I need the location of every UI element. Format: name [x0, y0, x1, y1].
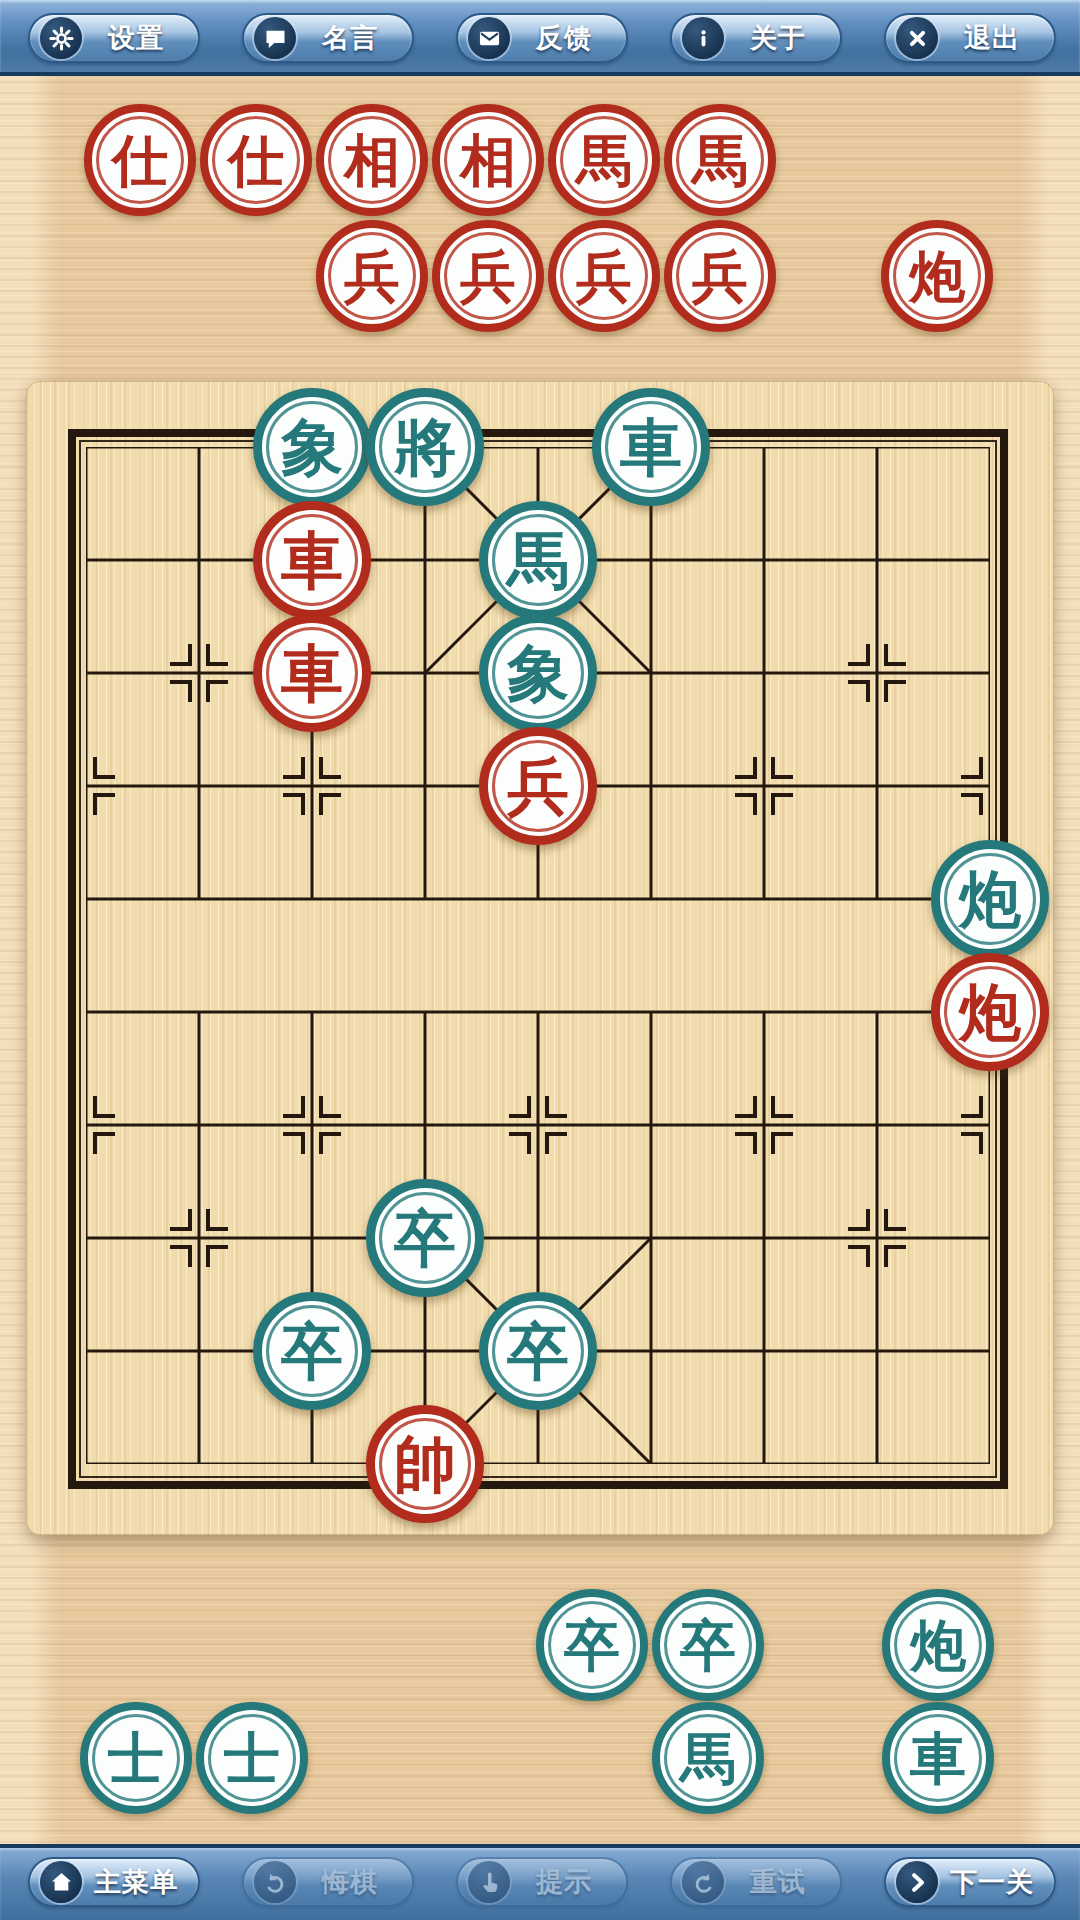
- piece-black-soldier-captured: 卒: [652, 1589, 764, 1701]
- piece-red-cannon[interactable]: 炮: [931, 953, 1049, 1071]
- undo-icon: [262, 1869, 289, 1896]
- feedback-button[interactable]: 反馈: [456, 13, 628, 63]
- piece-black-soldier[interactable]: 卒: [479, 1292, 597, 1410]
- piece-red-chariot[interactable]: 車: [253, 501, 371, 619]
- next-icon-circle: [896, 1861, 938, 1903]
- piece-glyph: 卒: [394, 1206, 456, 1270]
- next-level-button[interactable]: 下一关: [884, 1857, 1056, 1907]
- piece-glyph: 炮: [959, 867, 1021, 931]
- xiangqi-app-screen: 设置名言反馈关于退出 仕仕相相馬馬兵兵兵兵炮 象將車車馬車象兵炮炮卒卒卒帥 卒卒…: [0, 0, 1080, 1920]
- info-icon-circle: [682, 17, 724, 59]
- info-icon: [690, 25, 717, 52]
- piece-glyph: 兵: [507, 754, 569, 818]
- piece-glyph: 馬: [507, 528, 569, 592]
- piece-red-general[interactable]: 帥: [366, 1405, 484, 1523]
- feedback-label: 反馈: [510, 20, 626, 56]
- piece-black-soldier-captured: 卒: [536, 1589, 648, 1701]
- speech-bubble-icon-circle: [254, 17, 296, 59]
- piece-glyph: 卒: [680, 1616, 736, 1674]
- piece-glyph: 馬: [692, 131, 748, 189]
- home-icon-circle: [40, 1861, 82, 1903]
- retry-button: 重试: [670, 1857, 842, 1907]
- top-toolbar: 设置名言反馈关于退出: [0, 0, 1080, 76]
- quotes-label: 名言: [296, 20, 412, 56]
- piece-glyph: 帥: [394, 1432, 456, 1496]
- exit-label: 退出: [938, 20, 1054, 56]
- piece-black-elephant[interactable]: 象: [479, 614, 597, 732]
- piece-red-soldier-captured: 兵: [664, 220, 776, 332]
- piece-red-soldier[interactable]: 兵: [479, 727, 597, 845]
- piece-red-cannon-captured: 炮: [881, 220, 993, 332]
- envelope-icon: [476, 25, 503, 52]
- hint-icon-circle: [468, 1861, 510, 1903]
- settings-label: 设置: [82, 20, 198, 56]
- piece-glyph: 士: [108, 1729, 164, 1787]
- piece-glyph: 炮: [959, 980, 1021, 1044]
- undo-move-label: 悔棋: [296, 1864, 412, 1900]
- piece-glyph: 象: [281, 415, 343, 479]
- piece-glyph: 炮: [910, 1616, 966, 1674]
- piece-glyph: 象: [507, 641, 569, 705]
- retry-label: 重试: [724, 1864, 840, 1900]
- main-menu-button[interactable]: 主菜单: [28, 1857, 200, 1907]
- piece-black-horse[interactable]: 馬: [479, 501, 597, 619]
- piece-black-advisor-captured: 士: [80, 1702, 192, 1814]
- piece-glyph: 卒: [281, 1319, 343, 1383]
- piece-black-soldier[interactable]: 卒: [253, 1292, 371, 1410]
- close-icon: [904, 25, 931, 52]
- gear-icon-circle: [40, 17, 82, 59]
- piece-glyph: 卒: [564, 1616, 620, 1674]
- piece-glyph: 車: [910, 1729, 966, 1787]
- piece-red-soldier-captured: 兵: [548, 220, 660, 332]
- piece-black-cannon-captured: 炮: [882, 1589, 994, 1701]
- piece-glyph: 馬: [680, 1729, 736, 1787]
- piece-black-advisor-captured: 士: [196, 1702, 308, 1814]
- piece-glyph: 兵: [460, 247, 516, 305]
- piece-red-soldier-captured: 兵: [316, 220, 428, 332]
- envelope-icon-circle: [468, 17, 510, 59]
- bottom-toolbar: 主菜单悔棋提示重试下一关: [0, 1844, 1080, 1920]
- piece-glyph: 兵: [344, 247, 400, 305]
- exit-button[interactable]: 退出: [884, 13, 1056, 63]
- piece-glyph: 卒: [507, 1319, 569, 1383]
- piece-glyph: 兵: [692, 247, 748, 305]
- speech-bubble-icon: [262, 25, 289, 52]
- main-menu-label: 主菜单: [82, 1864, 198, 1900]
- piece-black-elephant[interactable]: 象: [253, 388, 371, 506]
- home-icon: [48, 1869, 75, 1896]
- piece-glyph: 相: [460, 131, 516, 189]
- piece-black-chariot[interactable]: 車: [592, 388, 710, 506]
- piece-glyph: 車: [620, 415, 682, 479]
- piece-glyph: 士: [224, 1729, 280, 1787]
- piece-glyph: 相: [344, 131, 400, 189]
- piece-red-horse-captured: 馬: [548, 104, 660, 216]
- piece-black-soldier[interactable]: 卒: [366, 1179, 484, 1297]
- piece-glyph: 車: [281, 641, 343, 705]
- retry-icon: [690, 1869, 717, 1896]
- quotes-button[interactable]: 名言: [242, 13, 414, 63]
- undo-move-button: 悔棋: [242, 1857, 414, 1907]
- piece-red-advisor-captured: 仕: [200, 104, 312, 216]
- next-icon: [904, 1869, 931, 1896]
- piece-black-horse-captured: 馬: [652, 1702, 764, 1814]
- piece-red-advisor-captured: 仕: [84, 104, 196, 216]
- piece-red-chariot[interactable]: 車: [253, 614, 371, 732]
- gear-icon: [48, 25, 75, 52]
- close-icon-circle: [896, 17, 938, 59]
- hint-button: 提示: [456, 1857, 628, 1907]
- about-button[interactable]: 关于: [670, 13, 842, 63]
- settings-button[interactable]: 设置: [28, 13, 200, 63]
- piece-black-general[interactable]: 將: [366, 388, 484, 506]
- undo-icon-circle: [254, 1861, 296, 1903]
- piece-black-cannon[interactable]: 炮: [931, 840, 1049, 958]
- piece-red-elephant-captured: 相: [432, 104, 544, 216]
- piece-black-chariot-captured: 車: [882, 1702, 994, 1814]
- next-level-label: 下一关: [938, 1864, 1054, 1900]
- piece-red-horse-captured: 馬: [664, 104, 776, 216]
- hint-label: 提示: [510, 1864, 626, 1900]
- piece-glyph: 車: [281, 528, 343, 592]
- hint-icon: [476, 1869, 503, 1896]
- piece-glyph: 炮: [909, 247, 965, 305]
- piece-glyph: 將: [394, 415, 456, 479]
- retry-icon-circle: [682, 1861, 724, 1903]
- piece-glyph: 馬: [576, 131, 632, 189]
- piece-glyph: 仕: [228, 131, 284, 189]
- piece-red-elephant-captured: 相: [316, 104, 428, 216]
- piece-red-soldier-captured: 兵: [432, 220, 544, 332]
- piece-glyph: 兵: [576, 247, 632, 305]
- about-label: 关于: [724, 20, 840, 56]
- piece-glyph: 仕: [112, 131, 168, 189]
